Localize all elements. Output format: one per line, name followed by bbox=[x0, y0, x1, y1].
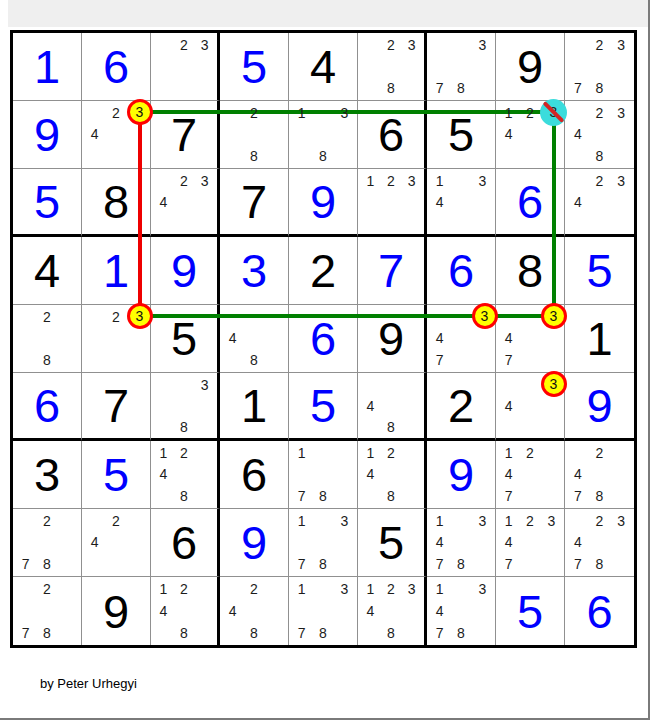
solved-digit: 5 bbox=[289, 373, 357, 438]
candidate-4: 4 bbox=[498, 532, 519, 554]
candidate-3: 3 bbox=[472, 170, 493, 191]
cell-r7c4[interactable]: 6 bbox=[220, 441, 289, 509]
cell-r8c3[interactable]: 6 bbox=[151, 509, 220, 577]
candidate-1: 1 bbox=[291, 510, 312, 532]
given-digit: 6 bbox=[151, 509, 217, 576]
candidate-empty bbox=[589, 124, 611, 146]
pencil-marks: 1248 bbox=[358, 441, 424, 508]
candidate-empty bbox=[450, 349, 471, 371]
candidate-empty bbox=[222, 145, 243, 167]
cell-r6c9[interactable]: 9 bbox=[565, 373, 634, 441]
candidate-2: 2 bbox=[36, 578, 57, 600]
candidate-empty bbox=[567, 145, 589, 167]
candidate-3: 3 bbox=[401, 578, 422, 600]
candidate-empty bbox=[519, 395, 540, 416]
candidate-empty bbox=[194, 395, 215, 416]
solved-digit: 6 bbox=[427, 237, 495, 304]
candidate-7: 7 bbox=[567, 553, 589, 575]
solved-digit: 9 bbox=[565, 373, 634, 438]
candidate-empty bbox=[429, 56, 450, 78]
cell-r5c1[interactable]: 28 bbox=[13, 305, 82, 373]
cell-r8c1[interactable]: 278 bbox=[13, 509, 82, 577]
candidate-empty bbox=[334, 622, 355, 644]
given-digit: 8 bbox=[496, 237, 564, 304]
candidate-8: 8 bbox=[312, 485, 333, 507]
cell-r7c5[interactable]: 178 bbox=[289, 441, 358, 509]
candidate-empty bbox=[519, 145, 540, 167]
candidate-1: 1 bbox=[429, 578, 450, 600]
candidate-2: 2 bbox=[589, 34, 611, 56]
candidate-empty bbox=[58, 578, 79, 600]
candidate-empty bbox=[265, 124, 286, 146]
pencil-marks: 178 bbox=[289, 441, 357, 508]
cell-r3c6[interactable]: 123 bbox=[358, 169, 427, 237]
candidate-empty bbox=[519, 374, 540, 395]
candidate-empty bbox=[312, 600, 333, 622]
candidate-3: 3 bbox=[127, 306, 148, 328]
candidate-empty bbox=[541, 124, 562, 146]
candidate-empty bbox=[589, 464, 611, 486]
candidate-empty bbox=[174, 191, 195, 212]
pencil-marks: 13478 bbox=[427, 577, 495, 645]
candidate-2: 2 bbox=[105, 306, 126, 328]
cell-r9c5[interactable]: 1378 bbox=[289, 577, 358, 645]
cell-r5c6[interactable]: 9 bbox=[358, 305, 427, 373]
candidate-empty bbox=[360, 191, 381, 212]
candidate-4: 4 bbox=[498, 124, 519, 146]
cell-r9c4[interactable]: 248 bbox=[220, 577, 289, 645]
candidate-empty bbox=[194, 191, 215, 212]
candidate-empty bbox=[15, 306, 36, 328]
candidate-empty bbox=[84, 306, 105, 328]
candidate-2: 2 bbox=[381, 34, 402, 56]
candidate-empty bbox=[58, 306, 79, 328]
candidate-empty bbox=[222, 349, 243, 371]
solved-digit: 6 bbox=[82, 33, 150, 100]
candidate-empty bbox=[541, 485, 562, 507]
candidate-8: 8 bbox=[312, 553, 333, 575]
cell-r8c9[interactable]: 23478 bbox=[565, 509, 634, 577]
cell-r4c4[interactable]: 3 bbox=[220, 237, 289, 305]
candidate-empty bbox=[450, 170, 471, 191]
pencil-marks: 34 bbox=[496, 373, 564, 438]
given-digit: 6 bbox=[220, 441, 288, 508]
candidate-empty bbox=[194, 77, 215, 99]
cell-r3c1[interactable]: 5 bbox=[13, 169, 82, 237]
candidate-empty bbox=[401, 464, 422, 486]
candidate-empty bbox=[401, 600, 422, 622]
candidate-empty bbox=[589, 191, 611, 212]
cell-r8c6[interactable]: 5 bbox=[358, 509, 427, 577]
candidate-empty bbox=[291, 124, 312, 146]
cell-r1c8[interactable]: 9 bbox=[496, 33, 565, 101]
candidate-empty bbox=[243, 306, 264, 328]
cell-r3c8[interactable]: 6 bbox=[496, 169, 565, 237]
candidate-8: 8 bbox=[381, 416, 402, 437]
pencil-marks: 12347 bbox=[496, 509, 564, 576]
candidate-empty bbox=[472, 328, 493, 350]
cell-r4c6[interactable]: 7 bbox=[358, 237, 427, 305]
candidate-empty bbox=[312, 510, 333, 532]
candidate-3: 3 bbox=[334, 510, 355, 532]
candidate-4: 4 bbox=[498, 464, 519, 486]
cell-r5c7[interactable]: 347 bbox=[427, 305, 496, 373]
given-digit: 4 bbox=[13, 237, 81, 304]
cell-r3c2[interactable]: 8 bbox=[82, 169, 151, 237]
candidate-4: 4 bbox=[153, 600, 174, 622]
pencil-marks: 347 bbox=[496, 305, 564, 372]
cell-r3c5[interactable]: 9 bbox=[289, 169, 358, 237]
cell-r4c9[interactable]: 5 bbox=[565, 237, 634, 305]
candidate-empty bbox=[519, 416, 540, 437]
candidate-empty bbox=[222, 306, 243, 328]
pencil-marks: 378 bbox=[427, 33, 495, 100]
candidate-3: 3 bbox=[610, 510, 632, 532]
cell-r5c9[interactable]: 1 bbox=[565, 305, 634, 373]
candidate-4: 4 bbox=[498, 328, 519, 350]
candidate-empty bbox=[450, 56, 471, 78]
cell-r9c6[interactable]: 12348 bbox=[358, 577, 427, 645]
candidate-empty bbox=[334, 464, 355, 486]
cell-r9c3[interactable]: 1248 bbox=[151, 577, 220, 645]
candidate-empty bbox=[105, 349, 126, 371]
cell-r6c3[interactable]: 38 bbox=[151, 373, 220, 441]
candidate-empty bbox=[291, 532, 312, 554]
cell-r7c2[interactable]: 5 bbox=[82, 441, 151, 509]
solved-digit: 6 bbox=[565, 577, 634, 645]
candidate-empty bbox=[291, 145, 312, 167]
candidate-empty bbox=[610, 124, 632, 146]
pencil-marks: 278 bbox=[13, 577, 81, 645]
candidate-3: 3 bbox=[472, 578, 493, 600]
candidate-empty bbox=[334, 145, 355, 167]
cell-r9c8[interactable]: 5 bbox=[496, 577, 565, 645]
cell-r6c8[interactable]: 34 bbox=[496, 373, 565, 441]
candidate-empty bbox=[567, 34, 589, 56]
candidate-4: 4 bbox=[567, 532, 589, 554]
cell-r2c2[interactable]: 234 bbox=[82, 101, 151, 169]
cell-r1c5[interactable]: 4 bbox=[289, 33, 358, 101]
candidate-7: 7 bbox=[498, 349, 519, 371]
candidate-empty bbox=[429, 306, 450, 328]
candidate-empty bbox=[360, 212, 381, 233]
candidate-empty bbox=[589, 212, 611, 233]
cell-r6c4[interactable]: 1 bbox=[220, 373, 289, 441]
cell-r4c1[interactable]: 4 bbox=[13, 237, 82, 305]
candidate-empty bbox=[401, 395, 422, 416]
given-digit: 3 bbox=[13, 441, 81, 508]
candidate-4: 4 bbox=[153, 191, 174, 212]
candidate-empty bbox=[472, 553, 493, 575]
cell-r8c7[interactable]: 13478 bbox=[427, 509, 496, 577]
candidate-1: 1 bbox=[429, 510, 450, 532]
candidate-7: 7 bbox=[429, 77, 450, 99]
candidate-empty bbox=[265, 600, 286, 622]
cell-r2c8[interactable]: 1234 bbox=[496, 101, 565, 169]
candidate-empty bbox=[360, 56, 381, 78]
candidate-empty bbox=[15, 600, 36, 622]
cell-r8c4[interactable]: 9 bbox=[220, 509, 289, 577]
candidate-empty bbox=[36, 532, 57, 554]
cell-r4c5[interactable]: 2 bbox=[289, 237, 358, 305]
candidate-2: 2 bbox=[174, 34, 195, 56]
cell-r1c4[interactable]: 5 bbox=[220, 33, 289, 101]
cell-r1c2[interactable]: 6 bbox=[82, 33, 151, 101]
candidate-2: 2 bbox=[589, 170, 611, 191]
candidate-empty bbox=[312, 102, 333, 124]
candidate-empty bbox=[194, 622, 215, 644]
candidate-7: 7 bbox=[498, 485, 519, 507]
candidate-empty bbox=[360, 77, 381, 99]
candidate-empty bbox=[429, 34, 450, 56]
candidate-empty bbox=[194, 56, 215, 78]
cell-r4c2[interactable]: 1 bbox=[82, 237, 151, 305]
candidate-8: 8 bbox=[36, 349, 57, 371]
candidate-8: 8 bbox=[450, 553, 471, 575]
candidate-empty bbox=[222, 622, 243, 644]
sudoku-app-window: 1623542383789237892347281386512342348582… bbox=[0, 0, 650, 720]
given-digit: 9 bbox=[496, 33, 564, 100]
candidate-empty bbox=[153, 622, 174, 644]
candidate-empty bbox=[360, 34, 381, 56]
candidate-empty bbox=[519, 124, 540, 146]
candidate-empty bbox=[381, 56, 402, 78]
pencil-marks: 234 bbox=[82, 101, 150, 168]
cell-r1c1[interactable]: 1 bbox=[13, 33, 82, 101]
cell-r8c5[interactable]: 1378 bbox=[289, 509, 358, 577]
candidate-1: 1 bbox=[498, 442, 519, 464]
candidate-4: 4 bbox=[498, 395, 519, 416]
cell-r6c6[interactable]: 48 bbox=[358, 373, 427, 441]
candidate-empty bbox=[401, 374, 422, 395]
candidate-empty bbox=[401, 56, 422, 78]
candidate-empty bbox=[401, 622, 422, 644]
cell-r2c6[interactable]: 6 bbox=[358, 101, 427, 169]
candidate-empty bbox=[105, 553, 126, 575]
cell-r2c4[interactable]: 28 bbox=[220, 101, 289, 169]
candidate-3: 3 bbox=[401, 170, 422, 191]
pencil-marks: 1234 bbox=[496, 101, 564, 168]
candidate-empty bbox=[127, 553, 148, 575]
cell-r7c6[interactable]: 1248 bbox=[358, 441, 427, 509]
candidate-empty bbox=[401, 416, 422, 437]
cell-r5c8[interactable]: 347 bbox=[496, 305, 565, 373]
pencil-marks: 28 bbox=[13, 305, 81, 372]
candidate-empty bbox=[610, 191, 632, 212]
cell-r3c7[interactable]: 134 bbox=[427, 169, 496, 237]
candidate-4: 4 bbox=[429, 328, 450, 350]
candidate-empty bbox=[401, 77, 422, 99]
solved-digit: 9 bbox=[427, 441, 495, 508]
cell-r7c7[interactable]: 9 bbox=[427, 441, 496, 509]
candidate-2: 2 bbox=[174, 170, 195, 191]
candidate-empty bbox=[153, 56, 174, 78]
candidate-empty bbox=[194, 600, 215, 622]
candidate-empty bbox=[589, 532, 611, 554]
cell-r5c4[interactable]: 48 bbox=[220, 305, 289, 373]
cell-r7c9[interactable]: 2478 bbox=[565, 441, 634, 509]
candidate-empty bbox=[15, 349, 36, 371]
cell-r6c5[interactable]: 5 bbox=[289, 373, 358, 441]
cell-r1c6[interactable]: 238 bbox=[358, 33, 427, 101]
candidate-empty bbox=[312, 464, 333, 486]
candidate-8: 8 bbox=[589, 485, 611, 507]
candidate-2: 2 bbox=[174, 578, 195, 600]
cell-r7c8[interactable]: 1247 bbox=[496, 441, 565, 509]
candidate-empty bbox=[15, 328, 36, 350]
cell-r6c2[interactable]: 7 bbox=[82, 373, 151, 441]
candidate-1: 1 bbox=[429, 170, 450, 191]
candidate-empty bbox=[541, 442, 562, 464]
candidate-empty bbox=[519, 328, 540, 350]
candidate-empty bbox=[567, 170, 589, 191]
candidate-8: 8 bbox=[243, 145, 264, 167]
candidate-4: 4 bbox=[567, 464, 589, 486]
cell-r8c2[interactable]: 24 bbox=[82, 509, 151, 577]
candidate-empty bbox=[541, 395, 562, 416]
cell-r3c9[interactable]: 234 bbox=[565, 169, 634, 237]
solved-digit: 5 bbox=[220, 33, 288, 100]
candidate-8: 8 bbox=[381, 622, 402, 644]
cell-r5c3[interactable]: 5 bbox=[151, 305, 220, 373]
candidate-empty bbox=[194, 416, 215, 437]
cell-r2c5[interactable]: 138 bbox=[289, 101, 358, 169]
cell-r7c3[interactable]: 1248 bbox=[151, 441, 220, 509]
candidate-empty bbox=[153, 374, 174, 395]
candidate-empty bbox=[194, 212, 215, 233]
cell-r2c3[interactable]: 7 bbox=[151, 101, 220, 169]
cell-r5c2[interactable]: 23 bbox=[82, 305, 151, 373]
pencil-marks: 234 bbox=[151, 169, 217, 234]
cell-r5c5[interactable]: 6 bbox=[289, 305, 358, 373]
given-digit: 9 bbox=[82, 577, 150, 645]
candidate-empty bbox=[429, 212, 450, 233]
candidate-empty bbox=[498, 306, 519, 328]
cell-r4c3[interactable]: 9 bbox=[151, 237, 220, 305]
candidate-empty bbox=[472, 56, 493, 78]
cell-r2c9[interactable]: 2348 bbox=[565, 101, 634, 169]
cell-r2c1[interactable]: 9 bbox=[13, 101, 82, 169]
candidate-3: 3 bbox=[541, 374, 562, 395]
given-digit: 5 bbox=[151, 305, 217, 372]
candidate-empty bbox=[450, 306, 471, 328]
candidate-8: 8 bbox=[174, 416, 195, 437]
candidate-2: 2 bbox=[589, 102, 611, 124]
candidate-empty bbox=[194, 464, 215, 486]
candidate-empty bbox=[265, 102, 286, 124]
cell-r3c4[interactable]: 7 bbox=[220, 169, 289, 237]
candidate-empty bbox=[472, 532, 493, 554]
candidate-2: 2 bbox=[105, 510, 126, 532]
pencil-marks: 234 bbox=[565, 169, 634, 234]
candidate-empty bbox=[498, 145, 519, 167]
candidate-empty bbox=[174, 77, 195, 99]
candidate-empty bbox=[243, 328, 264, 350]
cell-r8c8[interactable]: 12347 bbox=[496, 509, 565, 577]
candidate-empty bbox=[381, 374, 402, 395]
cell-r2c7[interactable]: 5 bbox=[427, 101, 496, 169]
cell-r9c7[interactable]: 13478 bbox=[427, 577, 496, 645]
cell-r1c9[interactable]: 2378 bbox=[565, 33, 634, 101]
candidate-empty bbox=[450, 328, 471, 350]
candidate-2: 2 bbox=[243, 578, 264, 600]
candidate-2: 2 bbox=[519, 102, 540, 124]
given-digit: 1 bbox=[565, 305, 634, 372]
candidate-empty bbox=[58, 600, 79, 622]
candidate-empty bbox=[334, 600, 355, 622]
pencil-marks: 28 bbox=[220, 101, 288, 168]
candidate-empty bbox=[589, 56, 611, 78]
cell-r4c7[interactable]: 6 bbox=[427, 237, 496, 305]
pencil-marks: 38 bbox=[151, 373, 217, 438]
candidate-empty bbox=[127, 124, 148, 146]
candidate-1: 1 bbox=[291, 102, 312, 124]
candidate-3: 3 bbox=[610, 170, 632, 191]
pencil-marks: 248 bbox=[220, 577, 288, 645]
candidate-empty bbox=[84, 553, 105, 575]
candidate-empty bbox=[360, 416, 381, 437]
given-digit: 6 bbox=[358, 101, 424, 168]
candidate-7: 7 bbox=[291, 622, 312, 644]
candidate-2: 2 bbox=[381, 170, 402, 191]
candidate-8: 8 bbox=[36, 553, 57, 575]
candidate-empty bbox=[243, 600, 264, 622]
candidate-empty bbox=[265, 622, 286, 644]
pencil-marks: 1378 bbox=[289, 509, 357, 576]
candidate-empty bbox=[127, 349, 148, 371]
candidate-empty bbox=[450, 34, 471, 56]
candidate-empty bbox=[401, 485, 422, 507]
candidate-empty bbox=[610, 485, 632, 507]
candidate-empty bbox=[194, 442, 215, 464]
candidate-1: 1 bbox=[291, 442, 312, 464]
candidate-empty bbox=[334, 124, 355, 146]
cell-r1c3[interactable]: 23 bbox=[151, 33, 220, 101]
candidate-4: 4 bbox=[360, 395, 381, 416]
candidate-8: 8 bbox=[450, 622, 471, 644]
cell-r9c1[interactable]: 278 bbox=[13, 577, 82, 645]
given-digit: 5 bbox=[358, 509, 424, 576]
candidate-empty bbox=[610, 212, 632, 233]
pencil-marks: 134 bbox=[427, 169, 495, 234]
cell-r6c7[interactable]: 2 bbox=[427, 373, 496, 441]
candidate-empty bbox=[291, 464, 312, 486]
candidate-7: 7 bbox=[15, 553, 36, 575]
candidate-8: 8 bbox=[312, 145, 333, 167]
candidate-3: 3 bbox=[472, 306, 493, 328]
cell-r9c2[interactable]: 9 bbox=[82, 577, 151, 645]
candidate-empty bbox=[105, 328, 126, 350]
cell-r6c1[interactable]: 6 bbox=[13, 373, 82, 441]
top-strip bbox=[8, 0, 650, 27]
cell-r7c1[interactable]: 3 bbox=[13, 441, 82, 509]
given-digit: 7 bbox=[220, 169, 288, 234]
candidate-4: 4 bbox=[429, 600, 450, 622]
candidate-empty bbox=[472, 349, 493, 371]
cell-r4c8[interactable]: 8 bbox=[496, 237, 565, 305]
cell-r1c7[interactable]: 378 bbox=[427, 33, 496, 101]
candidate-empty bbox=[84, 328, 105, 350]
candidate-empty bbox=[567, 102, 589, 124]
cell-r9c9[interactable]: 6 bbox=[565, 577, 634, 645]
candidate-2: 2 bbox=[589, 510, 611, 532]
candidate-empty bbox=[381, 600, 402, 622]
candidate-empty bbox=[498, 374, 519, 395]
solved-digit: 9 bbox=[220, 509, 288, 576]
solved-digit: 6 bbox=[289, 305, 357, 372]
pencil-marks: 23 bbox=[82, 305, 150, 372]
cell-r3c3[interactable]: 234 bbox=[151, 169, 220, 237]
